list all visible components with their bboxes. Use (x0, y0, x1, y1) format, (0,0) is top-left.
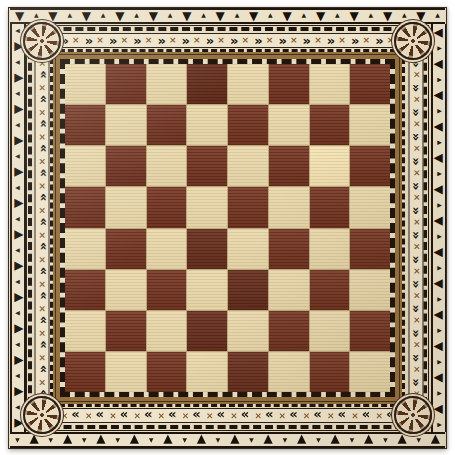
chevron-inlay-icon: » (35, 317, 48, 323)
knot-inlay-icon: × (37, 182, 46, 190)
zigzag-small-triangle-icon: ▲ (168, 12, 173, 18)
square-c7 (147, 105, 187, 145)
square-e6 (228, 146, 268, 186)
zigzag-triangle-icon: ▼ (264, 434, 273, 446)
zigzag-small-triangle-icon: ▲ (14, 123, 20, 128)
square-f4 (269, 229, 309, 269)
chevron-inlay-icon: » (409, 230, 422, 236)
square-e3 (228, 270, 268, 310)
square-d2 (187, 311, 227, 351)
knot-inlay-icon: × (242, 36, 250, 45)
zigzag-small-triangle-icon: ▲ (437, 109, 443, 114)
chevron-inlay-icon: » (364, 409, 370, 422)
square-h5 (350, 187, 390, 227)
square-a1 (65, 352, 105, 392)
square-c4 (147, 229, 187, 269)
chevron-inlay-icon: » (409, 108, 422, 114)
zigzag-small-triangle-icon: ▲ (249, 438, 254, 444)
zigzag-small-triangle-icon: ▲ (437, 46, 443, 51)
zigzag-border-right: ▼▲▼▲▼▲▼▲▼▲▼▲▼▲▼▲▼▲▼▲▼▲▼▲▼▲ (431, 24, 447, 432)
square-d7 (187, 105, 227, 145)
zigzag-small-triangle-icon: ▲ (302, 12, 307, 18)
knot-inlay-icon: × (37, 329, 46, 337)
zigzag-triangle-icon: ▼ (433, 342, 445, 351)
zigzag-triangle-icon: ▼ (63, 434, 72, 446)
chevron-inlay-icon: » (35, 121, 48, 127)
chevron-inlay-icon: » (146, 409, 152, 422)
zigzag-triangle-icon: ▼ (433, 373, 445, 382)
knot-inlay-icon: × (290, 36, 298, 45)
zigzag-small-triangle-icon: ▲ (437, 203, 443, 208)
square-e4 (228, 229, 268, 269)
zigzag-triangle-icon: ▼ (12, 168, 24, 177)
zigzag-triangle-icon: ▼ (433, 405, 445, 414)
zigzag-triangle-icon: ▼ (433, 279, 445, 288)
chevron-inlay-icon: » (409, 353, 422, 359)
knot-inlay-icon: × (37, 84, 46, 92)
knot-inlay-icon: × (121, 36, 129, 45)
square-f7 (269, 105, 309, 145)
square-h1 (350, 352, 390, 392)
guilloche-band-left: »×»×»×»×»×»×»×»×»×»×»×»×»×»× (34, 56, 49, 400)
zigzag-small-triangle-icon: ▲ (350, 438, 355, 444)
zigzag-small-triangle-icon: ▲ (14, 311, 20, 316)
square-d6 (187, 146, 227, 186)
zigzag-triangle-icon: ▼ (12, 199, 24, 208)
square-c8 (147, 64, 187, 104)
zigzag-triangle-icon: ▼ (433, 91, 445, 100)
chevron-inlay-icon: » (85, 34, 91, 47)
square-h4 (350, 229, 390, 269)
square-c2 (147, 311, 187, 351)
knot-inlay-icon: × (254, 411, 262, 420)
square-b7 (106, 105, 146, 145)
guilloche-band-top: »×»×»×»×»×»×»×»×»×»×»×»×»×»× (58, 33, 397, 48)
knot-inlay-icon: × (411, 144, 420, 152)
square-g4 (310, 229, 350, 269)
rosette-medallion-top-left (23, 22, 61, 60)
square-a2 (65, 311, 105, 351)
chevron-inlay-icon: » (409, 157, 422, 163)
zigzag-small-triangle-icon: ▲ (437, 360, 443, 365)
zigzag-triangle-icon: ▼ (163, 434, 172, 446)
chevron-inlay-icon: » (194, 409, 200, 422)
chevron-inlay-icon: » (35, 342, 48, 348)
zigzag-small-triangle-icon: ▲ (14, 186, 20, 191)
zigzag-triangle-icon: ▼ (182, 10, 191, 22)
zigzag-small-triangle-icon: ▲ (283, 438, 288, 444)
chevron-inlay-icon: » (375, 34, 381, 47)
zigzag-small-triangle-icon: ▲ (437, 172, 443, 177)
zigzag-small-triangle-icon: ▲ (437, 266, 443, 271)
knot-inlay-icon: × (72, 36, 80, 45)
square-h2 (350, 311, 390, 351)
zigzag-triangle-icon: ▼ (283, 10, 292, 22)
chevron-inlay-icon: » (409, 181, 422, 187)
knot-inlay-icon: × (411, 193, 420, 201)
chevron-inlay-icon: » (182, 34, 188, 47)
zigzag-small-triangle-icon: ▲ (48, 438, 53, 444)
chevron-inlay-icon: » (409, 378, 422, 384)
chevron-inlay-icon: » (35, 268, 48, 274)
zigzag-triangle-icon: ▼ (433, 185, 445, 194)
square-h6 (350, 146, 390, 186)
knot-inlay-icon: × (61, 411, 69, 420)
square-g1 (310, 352, 350, 392)
zigzag-triangle-icon: ▼ (130, 434, 139, 446)
zigzag-triangle-icon: ▼ (433, 248, 445, 257)
chevron-inlay-icon: » (122, 409, 128, 422)
square-g8 (310, 64, 350, 104)
knot-inlay-icon: × (96, 36, 104, 45)
knot-inlay-icon: × (411, 340, 420, 348)
knot-inlay-icon: × (411, 291, 420, 299)
zigzag-small-triangle-icon: ▲ (437, 235, 443, 240)
zigzag-small-triangle-icon: ▲ (82, 438, 87, 444)
zigzag-triangle-icon: ▼ (115, 10, 124, 22)
zigzag-triangle-icon: ▼ (12, 387, 24, 396)
zigzag-triangle-icon: ▼ (96, 434, 105, 446)
chevron-inlay-icon: » (109, 34, 115, 47)
knot-inlay-icon: × (37, 280, 46, 288)
square-a6 (65, 146, 105, 186)
knot-inlay-icon: × (37, 354, 46, 362)
square-h8 (350, 64, 390, 104)
knot-inlay-icon: × (193, 36, 201, 45)
zigzag-triangle-icon: ▼ (433, 154, 445, 163)
square-e7 (228, 105, 268, 145)
chessboard (65, 64, 390, 392)
chevron-inlay-icon: » (35, 244, 48, 250)
zigzag-small-triangle-icon: ▲ (416, 438, 421, 444)
chevron-inlay-icon: » (133, 34, 139, 47)
square-c6 (147, 146, 187, 186)
chevron-inlay-icon: » (340, 409, 346, 422)
knot-inlay-icon: × (133, 411, 141, 420)
guilloche-band-right: »×»×»×»×»×»×»×»×»×»×»×»×»×»× (408, 56, 423, 400)
zigzag-small-triangle-icon: ▲ (14, 405, 20, 410)
knot-inlay-icon: × (338, 36, 346, 45)
knot-inlay-icon: × (145, 36, 153, 45)
chevron-inlay-icon: » (303, 34, 309, 47)
zigzag-small-triangle-icon: ▲ (235, 12, 240, 18)
zigzag-triangle-icon: ▼ (331, 434, 340, 446)
square-f5 (269, 187, 309, 227)
knot-inlay-icon: × (37, 206, 46, 214)
zigzag-small-triangle-icon: ▲ (437, 391, 443, 396)
chevron-inlay-icon: » (409, 132, 422, 138)
zigzag-border-left: ▼▲▼▲▼▲▼▲▼▲▼▲▼▲▼▲▼▲▼▲▼▲▼▲▼▲ (10, 24, 26, 432)
zigzag-small-triangle-icon: ▲ (437, 423, 443, 428)
chevron-inlay-icon: » (315, 409, 321, 422)
knot-inlay-icon: × (279, 411, 287, 420)
square-d5 (187, 187, 227, 227)
zigzag-triangle-icon: ▼ (197, 434, 206, 446)
chevron-inlay-icon: » (230, 34, 236, 47)
knot-inlay-icon: × (327, 411, 335, 420)
square-g2 (310, 311, 350, 351)
zigzag-triangle-icon: ▼ (433, 28, 445, 37)
chevron-inlay-icon: » (409, 255, 422, 261)
zigzag-small-triangle-icon: ▲ (101, 12, 106, 18)
knot-inlay-icon: × (411, 70, 420, 78)
square-a3 (65, 270, 105, 310)
chevron-inlay-icon: » (254, 34, 260, 47)
guilloche-band-bottom: »×»×»×»×»×»×»×»×»×»×»×»×»×»× (58, 408, 397, 423)
zigzag-small-triangle-icon: ▲ (15, 438, 20, 444)
zigzag-small-triangle-icon: ▲ (268, 12, 273, 18)
zigzag-triangle-icon: ▼ (12, 73, 24, 82)
zigzag-triangle-icon: ▼ (230, 434, 239, 446)
knot-inlay-icon: × (37, 231, 46, 239)
zigzag-triangle-icon: ▼ (433, 60, 445, 69)
knot-inlay-icon: × (37, 378, 46, 386)
knot-inlay-icon: × (411, 119, 420, 127)
knot-inlay-icon: × (37, 304, 46, 312)
zigzag-small-triangle-icon: ▲ (67, 12, 72, 18)
rosette-medallion-bottom-right (394, 396, 432, 434)
knot-inlay-icon: × (411, 169, 420, 177)
chevron-inlay-icon: » (35, 96, 48, 102)
zigzag-border-bottom: ▼▲▼▲▼▲▼▲▼▲▼▲▼▲▼▲▼▲▼▲▼▲▼▲▼▲ (10, 432, 445, 448)
zigzag-triangle-icon: ▼ (12, 262, 24, 271)
zigzag-triangle-icon: ▼ (397, 434, 406, 446)
zigzag-triangle-icon: ▼ (383, 10, 392, 22)
zigzag-triangle-icon: ▼ (12, 230, 24, 239)
knot-inlay-icon: × (411, 365, 420, 373)
knot-inlay-icon: × (411, 267, 420, 275)
square-a5 (65, 187, 105, 227)
zigzag-small-triangle-icon: ▲ (182, 438, 187, 444)
zigzag-small-triangle-icon: ▲ (14, 154, 20, 159)
square-d4 (187, 229, 227, 269)
chevron-inlay-icon: » (291, 409, 297, 422)
zigzag-triangle-icon: ▼ (433, 217, 445, 226)
square-f6 (269, 146, 309, 186)
zigzag-triangle-icon: ▼ (12, 293, 24, 302)
zigzag-small-triangle-icon: ▲ (14, 374, 20, 379)
square-f3 (269, 270, 309, 310)
zigzag-small-triangle-icon: ▲ (14, 60, 20, 65)
square-b5 (106, 187, 146, 227)
chevron-inlay-icon: » (73, 409, 79, 422)
square-g6 (310, 146, 350, 186)
knot-inlay-icon: × (85, 411, 93, 420)
square-d8 (187, 64, 227, 104)
knot-inlay-icon: × (303, 411, 311, 420)
zigzag-triangle-icon: ▼ (12, 356, 24, 365)
knot-inlay-icon: × (169, 36, 177, 45)
zigzag-triangle-icon: ▼ (48, 10, 57, 22)
square-a8 (65, 64, 105, 104)
square-b4 (106, 229, 146, 269)
zigzag-small-triangle-icon: ▲ (14, 280, 20, 285)
square-e2 (228, 311, 268, 351)
chevron-inlay-icon: » (35, 145, 48, 151)
zigzag-small-triangle-icon: ▲ (201, 12, 206, 18)
zigzag-triangle-icon: ▼ (349, 10, 358, 22)
knot-inlay-icon: × (37, 255, 46, 263)
zigzag-small-triangle-icon: ▲ (437, 78, 443, 83)
zigzag-small-triangle-icon: ▲ (437, 297, 443, 302)
zigzag-small-triangle-icon: ▲ (14, 29, 20, 34)
square-c5 (147, 187, 187, 227)
zigzag-small-triangle-icon: ▲ (14, 91, 20, 96)
knot-inlay-icon: × (266, 36, 274, 45)
zigzag-triangle-icon: ▼ (316, 10, 325, 22)
knot-inlay-icon: × (109, 411, 117, 420)
knot-inlay-icon: × (314, 36, 322, 45)
square-b6 (106, 146, 146, 186)
zigzag-triangle-icon: ▼ (12, 136, 24, 145)
chevron-inlay-icon: » (327, 34, 333, 47)
chevron-inlay-icon: » (98, 409, 104, 422)
chevron-inlay-icon: » (35, 195, 48, 201)
chevron-inlay-icon: » (409, 83, 422, 89)
square-e1 (228, 352, 268, 392)
zigzag-triangle-icon: ▼ (29, 434, 38, 446)
chevron-inlay-icon: » (409, 304, 422, 310)
square-g7 (310, 105, 350, 145)
square-d3 (187, 270, 227, 310)
square-c3 (147, 270, 187, 310)
zigzag-triangle-icon: ▼ (297, 434, 306, 446)
knot-inlay-icon: × (363, 36, 371, 45)
square-a7 (65, 105, 105, 145)
zigzag-border-top: ▼▲▼▲▼▲▼▲▼▲▼▲▼▲▼▲▼▲▼▲▼▲▼▲▼▲ (10, 8, 445, 24)
chevron-inlay-icon: » (206, 34, 212, 47)
board-photo: ▼▲▼▲▼▲▼▲▼▲▼▲▼▲▼▲▼▲▼▲▼▲▼▲▼▲ ▼▲▼▲▼▲▼▲▼▲▼▲▼… (0, 0, 455, 455)
zigzag-triangle-icon: ▼ (82, 10, 91, 22)
zigzag-triangle-icon: ▼ (433, 122, 445, 131)
zigzag-small-triangle-icon: ▲ (134, 12, 139, 18)
knot-inlay-icon: × (206, 411, 214, 420)
chevron-inlay-icon: » (267, 409, 273, 422)
zigzag-small-triangle-icon: ▲ (14, 248, 20, 253)
chevron-inlay-icon: » (351, 34, 357, 47)
zigzag-small-triangle-icon: ▲ (368, 12, 373, 18)
zigzag-triangle-icon: ▼ (416, 10, 425, 22)
chevron-inlay-icon: » (61, 34, 67, 47)
chessboard-frame: ▼▲▼▲▼▲▼▲▼▲▼▲▼▲▼▲▼▲▼▲▼▲▼▲▼▲ ▼▲▼▲▼▲▼▲▼▲▼▲▼… (8, 7, 447, 449)
chevron-inlay-icon: » (35, 366, 48, 372)
chevron-inlay-icon: » (409, 206, 422, 212)
chevron-inlay-icon: » (219, 409, 225, 422)
zigzag-small-triangle-icon: ▲ (14, 342, 20, 347)
zigzag-triangle-icon: ▼ (15, 10, 24, 22)
knot-inlay-icon: × (37, 157, 46, 165)
zigzag-small-triangle-icon: ▲ (335, 12, 340, 18)
zigzag-small-triangle-icon: ▲ (437, 140, 443, 145)
chevron-inlay-icon: » (35, 170, 48, 176)
zigzag-triangle-icon: ▼ (12, 105, 24, 114)
zigzag-small-triangle-icon: ▲ (437, 329, 443, 334)
knot-inlay-icon: × (158, 411, 166, 420)
square-a4 (65, 229, 105, 269)
knot-inlay-icon: × (411, 95, 420, 103)
knot-inlay-icon: × (411, 242, 420, 250)
chevron-inlay-icon: » (157, 34, 163, 47)
zigzag-triangle-icon: ▼ (12, 324, 24, 333)
square-h3 (350, 270, 390, 310)
chevron-inlay-icon: » (409, 280, 422, 286)
zigzag-triangle-icon: ▼ (149, 10, 158, 22)
zigzag-triangle-icon: ▼ (433, 311, 445, 320)
square-b1 (106, 352, 146, 392)
zigzag-triangle-icon: ▼ (249, 10, 258, 22)
zigzag-triangle-icon: ▼ (12, 418, 24, 427)
chevron-inlay-icon: » (409, 329, 422, 335)
chevron-inlay-icon: » (35, 72, 48, 78)
zigzag-triangle-icon: ▼ (364, 434, 373, 446)
square-b8 (106, 64, 146, 104)
square-d1 (187, 352, 227, 392)
rosette-medallion-top-right (394, 22, 432, 60)
chevron-inlay-icon: » (278, 34, 284, 47)
square-b2 (106, 311, 146, 351)
zigzag-small-triangle-icon: ▲ (34, 12, 39, 18)
zigzag-small-triangle-icon: ▲ (316, 438, 321, 444)
chevron-inlay-icon: » (35, 219, 48, 225)
square-f2 (269, 311, 309, 351)
knot-inlay-icon: × (411, 218, 420, 226)
zigzag-triangle-icon: ▼ (431, 434, 440, 446)
knot-inlay-icon: × (37, 108, 46, 116)
knot-inlay-icon: × (182, 411, 190, 420)
knot-inlay-icon: × (37, 59, 46, 67)
zigzag-small-triangle-icon: ▲ (383, 438, 388, 444)
knot-inlay-icon: × (411, 316, 420, 324)
knot-inlay-icon: × (230, 411, 238, 420)
chevron-inlay-icon: » (170, 409, 176, 422)
zigzag-small-triangle-icon: ▲ (115, 438, 120, 444)
knot-inlay-icon: × (375, 411, 383, 420)
zigzag-small-triangle-icon: ▲ (14, 217, 20, 222)
square-b3 (106, 270, 146, 310)
zigzag-small-triangle-icon: ▲ (435, 12, 440, 18)
zigzag-small-triangle-icon: ▲ (402, 12, 407, 18)
rosette-medallion-bottom-left (23, 396, 61, 434)
square-c1 (147, 352, 187, 392)
square-g3 (310, 270, 350, 310)
square-g5 (310, 187, 350, 227)
zigzag-triangle-icon: ▼ (216, 10, 225, 22)
square-f8 (269, 64, 309, 104)
knot-inlay-icon: × (37, 133, 46, 141)
chevron-inlay-icon: » (243, 409, 249, 422)
chevron-inlay-icon: » (35, 293, 48, 299)
square-h7 (350, 105, 390, 145)
zigzag-small-triangle-icon: ▲ (149, 438, 154, 444)
square-f1 (269, 352, 309, 392)
knot-inlay-icon: × (351, 411, 359, 420)
square-e5 (228, 187, 268, 227)
knot-inlay-icon: × (217, 36, 225, 45)
square-e8 (228, 64, 268, 104)
zigzag-small-triangle-icon: ▲ (216, 438, 221, 444)
